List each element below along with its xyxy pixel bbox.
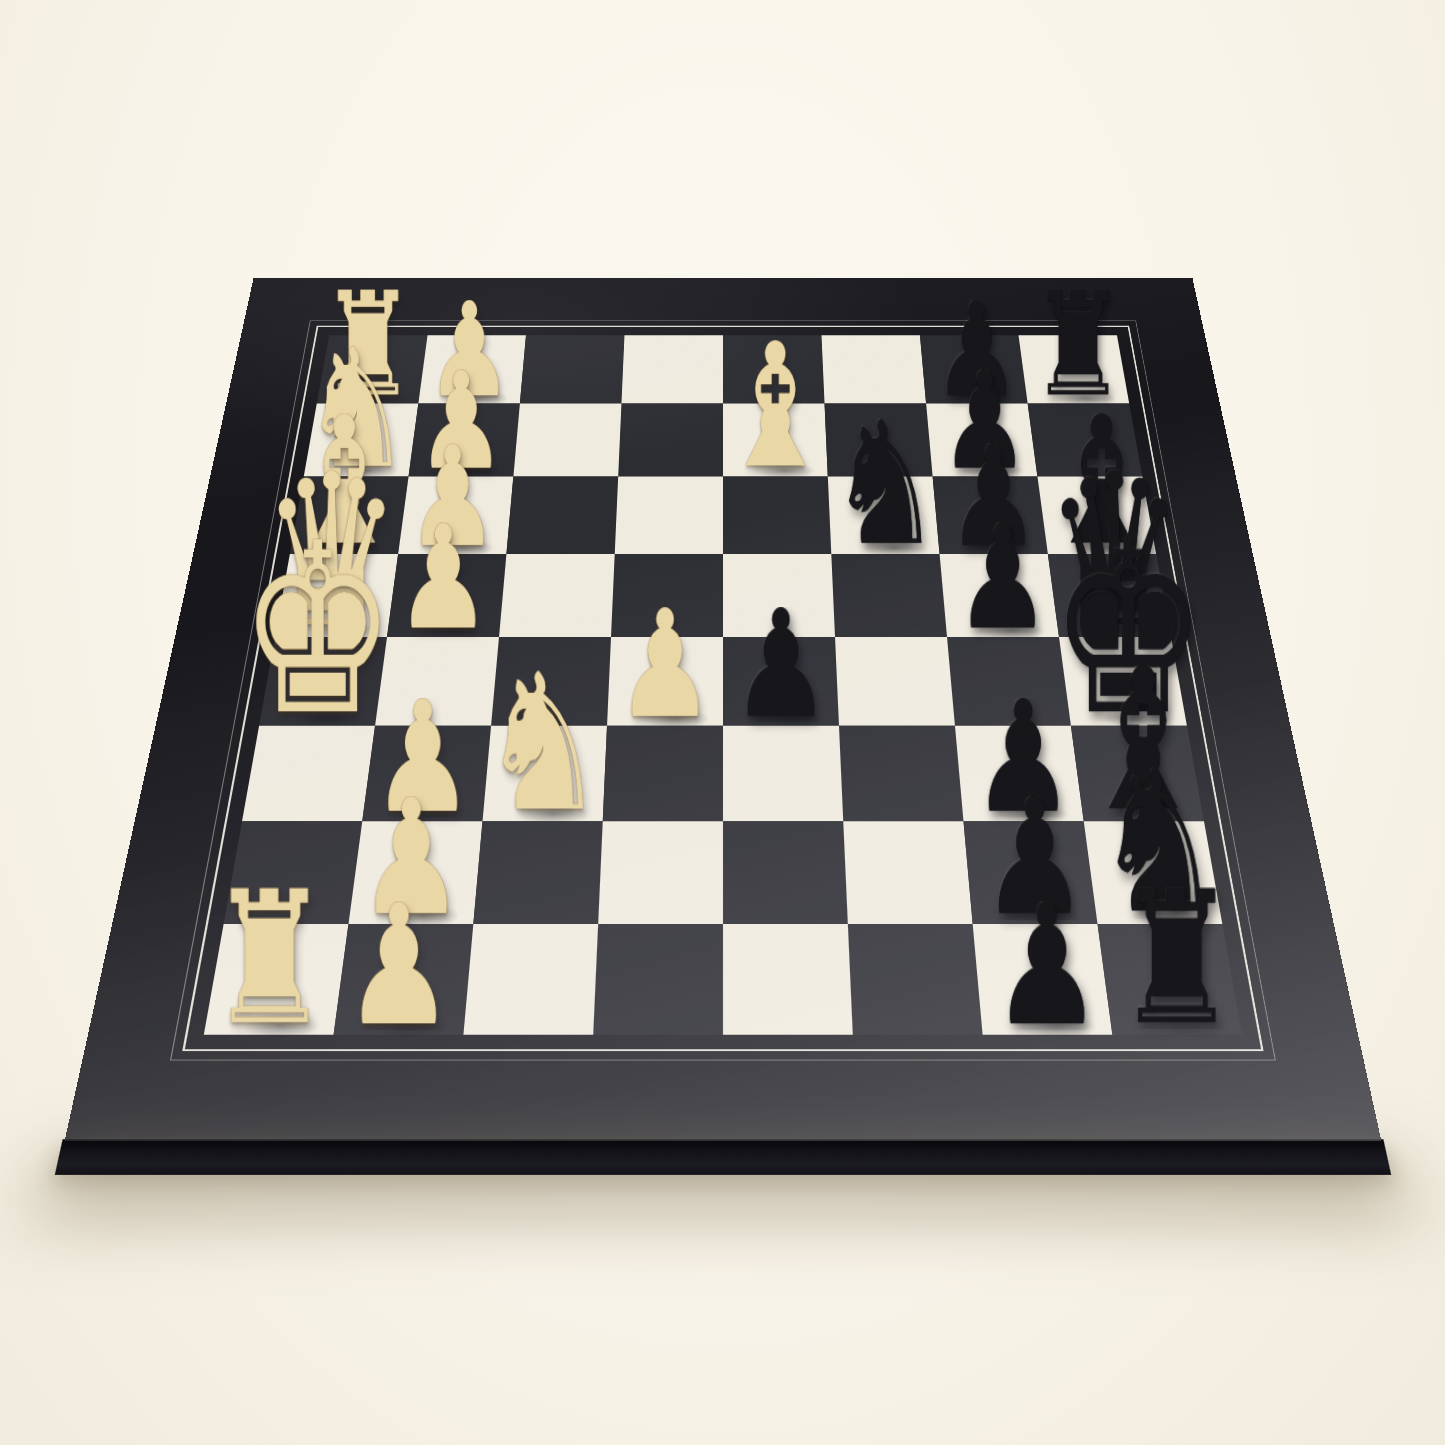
square-c3 <box>506 476 618 554</box>
square-c4 <box>614 476 722 554</box>
square-d7: ♟ <box>939 554 1058 637</box>
piece-white-pawn-e4: ♟ <box>615 606 714 722</box>
piece-white-bishop-b5: ♝ <box>718 339 832 473</box>
piece-black-rook-h8: ♜ <box>1115 887 1237 1030</box>
square-f1 <box>242 725 375 820</box>
piece-white-knight-f3: ♞ <box>480 670 606 817</box>
piece-black-pawn-e5: ♟ <box>731 606 830 722</box>
square-h2: ♟ <box>333 923 473 1034</box>
square-c6: ♞ <box>827 476 939 554</box>
square-f3: ♞ <box>482 725 607 820</box>
square-a3 <box>519 335 624 403</box>
square-b5: ♝ <box>723 403 828 476</box>
square-b4 <box>618 403 723 476</box>
square-h5 <box>723 923 853 1034</box>
square-f4 <box>602 725 722 820</box>
square-g4 <box>598 821 723 924</box>
piece-black-pawn-h7: ♟ <box>991 900 1102 1030</box>
square-f5 <box>723 725 843 820</box>
square-f6 <box>838 725 963 820</box>
square-c5 <box>723 476 831 554</box>
square-a4 <box>621 335 723 403</box>
board-grid: ♜♟♟♜♞♟♝♟♝♟♞♟♝♛♟♟♛♚♟♟♚♟♞♟♝♟♟♞♜♟♟♜ <box>203 335 1241 1035</box>
square-h8: ♜ <box>1097 923 1242 1034</box>
square-d3 <box>499 554 615 637</box>
square-b3 <box>513 403 621 476</box>
square-d6 <box>831 554 947 637</box>
square-g5 <box>723 821 848 924</box>
piece-black-knight-c6: ♞ <box>828 418 941 551</box>
piece-black-pawn-d7: ♟ <box>954 521 1050 633</box>
board-front-edge <box>54 1139 1390 1175</box>
square-e5: ♟ <box>723 637 839 726</box>
piece-white-rook-h1: ♜ <box>208 887 330 1030</box>
square-h4 <box>593 923 723 1034</box>
piece-white-pawn-d2: ♟ <box>395 521 491 633</box>
square-e1: ♚ <box>259 637 387 726</box>
square-g3 <box>473 821 602 924</box>
square-e4: ♟ <box>607 637 723 726</box>
square-h1: ♜ <box>203 923 348 1034</box>
square-h6 <box>847 923 982 1034</box>
square-h3 <box>463 923 598 1034</box>
square-e6 <box>835 637 955 726</box>
chessboard: ♜♟♟♜♞♟♝♟♝♟♞♟♝♛♟♟♛♚♟♟♚♟♞♟♝♟♟♞♜♟♟♜ <box>64 277 1381 1141</box>
square-d2: ♟ <box>387 554 506 637</box>
photo-stage: ♜♟♟♜♞♟♝♟♝♟♞♟♝♛♟♟♛♚♟♟♚♟♞♟♝♟♟♞♜♟♟♜ <box>0 0 1445 1445</box>
square-g6 <box>843 821 972 924</box>
piece-white-pawn-h2: ♟ <box>343 900 454 1030</box>
square-h7: ♟ <box>972 923 1112 1034</box>
